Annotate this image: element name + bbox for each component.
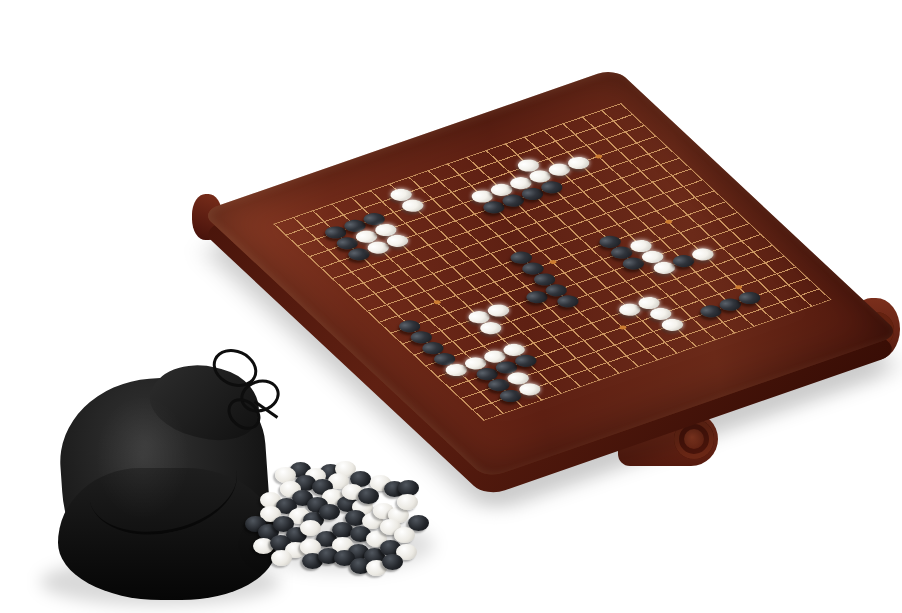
pile-stone-black — [358, 488, 379, 504]
star-point — [733, 284, 742, 289]
star-point — [593, 154, 602, 159]
star-point — [548, 259, 557, 264]
scene — [0, 0, 902, 613]
pile-stone-black — [319, 504, 340, 520]
star-point — [432, 299, 441, 304]
pile-stone-black — [382, 554, 403, 570]
star-point — [663, 219, 672, 224]
pile-stone-white — [271, 550, 292, 566]
pile-stone-white — [397, 494, 418, 510]
star-point — [618, 325, 627, 330]
pile-stone-white — [394, 527, 415, 543]
